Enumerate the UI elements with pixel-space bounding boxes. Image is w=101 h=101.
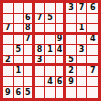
sudoku-cell-empty[interactable] (3, 14, 14, 25)
sudoku-cell-empty[interactable] (14, 24, 25, 35)
sudoku-cell-given[interactable]: 3 (35, 56, 46, 67)
sudoku-cell-given[interactable]: 3 (77, 45, 88, 56)
sudoku-cell-empty[interactable] (24, 66, 35, 77)
sudoku-cell-empty[interactable] (45, 35, 56, 46)
sudoku-cell-empty[interactable] (35, 24, 46, 35)
sudoku-cell-given[interactable]: 1 (77, 24, 88, 35)
sudoku-cell-given[interactable]: 9 (3, 87, 14, 98)
sudoku-cell-given[interactable]: 6 (14, 87, 25, 98)
sudoku-cell-empty[interactable] (45, 66, 56, 77)
sudoku-cell-empty[interactable] (77, 66, 88, 77)
sudoku-cell-given[interactable]: 5 (24, 87, 35, 98)
sudoku-cell-given[interactable]: 4 (56, 45, 67, 56)
sudoku-cell-empty[interactable] (14, 35, 25, 46)
sudoku-cell-given[interactable]: 7 (35, 14, 46, 25)
sudoku-cell-empty[interactable] (56, 87, 67, 98)
sudoku-cell-empty[interactable] (3, 66, 14, 77)
sudoku-cell-empty[interactable] (66, 14, 77, 25)
sudoku-cell-empty[interactable] (14, 56, 25, 67)
sudoku-cell-empty[interactable] (35, 66, 46, 77)
sudoku-cell-given[interactable]: 6 (56, 77, 67, 88)
sudoku-cell-given[interactable]: 6 (24, 14, 35, 25)
sudoku-cell-empty[interactable] (77, 35, 88, 46)
sudoku-cell-empty[interactable] (56, 14, 67, 25)
sudoku-cell-given[interactable]: 5 (66, 56, 77, 67)
sudoku-cell-empty[interactable] (35, 3, 46, 14)
sudoku-cell-empty[interactable] (87, 77, 98, 88)
sudoku-cell-empty[interactable] (77, 77, 88, 88)
sudoku-cell-given[interactable]: 2 (66, 66, 77, 77)
sudoku-cell-empty[interactable] (87, 45, 98, 56)
sudoku-cell-empty[interactable] (56, 66, 67, 77)
sudoku-cell-given[interactable]: 7 (87, 66, 98, 77)
sudoku-cell-empty[interactable] (66, 45, 77, 56)
sudoku-cell-given[interactable]: 7 (3, 24, 14, 35)
sudoku-cell-given[interactable]: 8 (24, 24, 35, 35)
sudoku-cell-empty[interactable] (3, 45, 14, 56)
sudoku-cell-empty[interactable] (56, 24, 67, 35)
sudoku-cell-given[interactable]: 3 (66, 3, 77, 14)
sudoku-cell-given[interactable]: 9 (56, 35, 67, 46)
sudoku-cell-empty[interactable] (24, 3, 35, 14)
sudoku-cell-given[interactable]: 4 (87, 35, 98, 46)
sudoku-cell-given[interactable]: 1 (45, 45, 56, 56)
sudoku-cell-empty[interactable] (87, 14, 98, 25)
sudoku-cell-empty[interactable] (56, 56, 67, 67)
sudoku-cell-empty[interactable] (45, 24, 56, 35)
sudoku-cell-empty[interactable] (77, 56, 88, 67)
sudoku-cell-given[interactable]: 8 (35, 45, 46, 56)
sudoku-cell-empty[interactable] (87, 87, 98, 98)
sudoku-cell-empty[interactable] (14, 77, 25, 88)
sudoku-cell-empty[interactable] (35, 77, 46, 88)
sudoku-cell-given[interactable]: 5 (45, 14, 56, 25)
sudoku-cell-empty[interactable] (45, 87, 56, 98)
sudoku-cell-empty[interactable] (66, 87, 77, 98)
sudoku-cell-given[interactable]: 7 (24, 35, 35, 46)
sudoku-cell-given[interactable]: 1 (14, 66, 25, 77)
sudoku-cell-empty[interactable] (56, 3, 67, 14)
sudoku-cell-given[interactable]: 4 (45, 77, 56, 88)
sudoku-cell-empty[interactable] (66, 24, 77, 35)
sudoku-cell-empty[interactable] (14, 3, 25, 14)
sudoku-cell-given[interactable]: 5 (14, 45, 25, 56)
sudoku-cell-given[interactable]: 9 (66, 77, 77, 88)
sudoku-cell-empty[interactable] (24, 45, 35, 56)
sudoku-cell-empty[interactable] (87, 24, 98, 35)
sudoku-cell-empty[interactable] (3, 35, 14, 46)
sudoku-cell-given[interactable]: 6 (87, 3, 98, 14)
sudoku-cell-empty[interactable] (24, 77, 35, 88)
sudoku-cell-empty[interactable] (3, 77, 14, 88)
sudoku-cell-empty[interactable] (77, 14, 88, 25)
sudoku-cell-empty[interactable] (45, 3, 56, 14)
sudoku-cell-empty[interactable] (77, 87, 88, 98)
sudoku-cell-empty[interactable] (3, 3, 14, 14)
sudoku-cell-empty[interactable] (14, 14, 25, 25)
sudoku-cell-empty[interactable] (66, 35, 77, 46)
sudoku-board: 37667578179458143235127469965 (0, 0, 101, 101)
sudoku-cell-empty[interactable] (35, 35, 46, 46)
sudoku-cell-empty[interactable] (45, 56, 56, 67)
sudoku-cell-empty[interactable] (87, 56, 98, 67)
sudoku-cell-given[interactable]: 7 (77, 3, 88, 14)
sudoku-cell-empty[interactable] (35, 87, 46, 98)
sudoku-cell-given[interactable]: 2 (3, 56, 14, 67)
sudoku-cell-empty[interactable] (24, 56, 35, 67)
